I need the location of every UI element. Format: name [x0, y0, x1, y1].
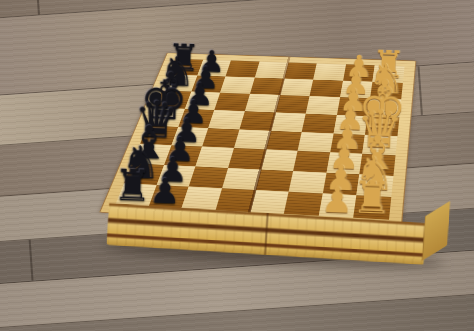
board-grid: ♜♟♟♜♞♟♟♞♝♟♟♝♚♟♟♚♛♟♟♛♝♟♟♝♞♟♟♞♜♟♟♜ — [115, 59, 404, 220]
chess-board: ♜♟♟♜♞♟♟♞♝♟♟♝♚♟♟♚♛♟♟♛♝♟♟♝♞♟♟♞♜♟♟♜ — [99, 53, 416, 230]
square-f4[interactable] — [275, 95, 309, 114]
square-f6[interactable] — [215, 93, 250, 111]
board-tilt-group: ♜♟♟♜♞♟♟♞♝♟♟♝♚♟♟♚♛♟♟♛♝♟♟♝♞♟♟♞♜♟♟♜ — [0, 0, 474, 331]
square-a1[interactable]: ♜ — [354, 195, 392, 219]
piece-black-rook-a8[interactable]: ♜ — [112, 164, 152, 206]
square-h4[interactable] — [284, 62, 317, 79]
piece-white-rook-a1[interactable]: ♜ — [351, 176, 393, 220]
square-d3[interactable] — [298, 132, 334, 153]
box-front-seam — [264, 213, 269, 255]
square-h3[interactable] — [313, 63, 346, 80]
square-f3[interactable] — [306, 96, 340, 115]
square-g3[interactable] — [310, 79, 343, 97]
piece-black-pawn-a7[interactable]: ♟ — [149, 174, 181, 208]
box-right-panel — [422, 201, 451, 262]
piece-white-pawn-a2[interactable]: ♟ — [320, 182, 353, 217]
square-c6[interactable] — [196, 147, 234, 168]
square-e3[interactable] — [302, 114, 337, 134]
square-a3[interactable] — [284, 192, 323, 216]
photo-stage: ♜♟♟♜♞♟♟♞♝♟♟♝♚♟♟♚♛♟♟♛♝♟♟♝♞♟♟♞♜♟♟♜ — [0, 0, 474, 331]
square-g4[interactable] — [280, 78, 314, 96]
